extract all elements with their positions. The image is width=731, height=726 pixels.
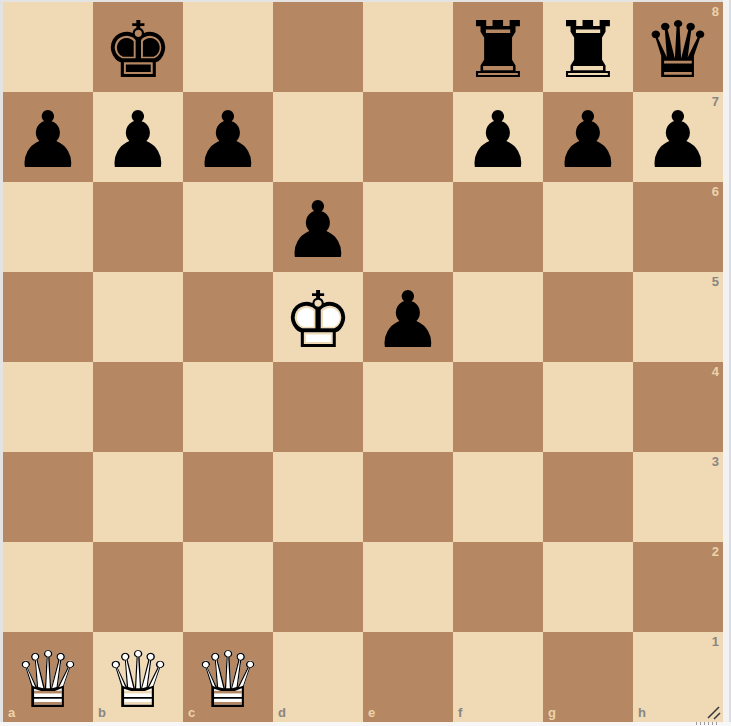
piece-white-king[interactable]: ♔ <box>273 272 363 362</box>
square-d6[interactable]: ♟ <box>273 182 363 272</box>
piece-black-rook[interactable]: ♜ <box>453 2 543 92</box>
piece-black-pawn[interactable]: ♟ <box>363 272 453 362</box>
square-g5[interactable] <box>543 272 633 362</box>
square-a1[interactable]: ♛♕a <box>3 632 93 722</box>
square-f6[interactable] <box>453 182 543 272</box>
square-g7[interactable]: ♟ <box>543 92 633 182</box>
coordinate-rank-6: 6 <box>712 185 719 198</box>
piece-black-king[interactable]: ♚ <box>93 2 183 92</box>
square-f1[interactable]: f <box>453 632 543 722</box>
coordinate-file-g: g <box>548 706 556 719</box>
square-d1[interactable]: d <box>273 632 363 722</box>
square-h3[interactable]: 3 <box>633 452 723 542</box>
square-b7[interactable]: ♟ <box>93 92 183 182</box>
square-e4[interactable] <box>363 362 453 452</box>
square-c5[interactable] <box>183 272 273 362</box>
square-d2[interactable] <box>273 542 363 632</box>
square-c8[interactable] <box>183 2 273 92</box>
coordinate-file-d: d <box>278 706 286 719</box>
board-resize-handle-icon[interactable] <box>705 704 721 720</box>
square-h7[interactable]: ♟7 <box>633 92 723 182</box>
square-f4[interactable] <box>453 362 543 452</box>
chess-board: ♚♜♜♛8♟♟♟♟♟♟7♟6♚♔♟5432♛♕a♛♕b♛♕cdefg1h <box>3 2 723 722</box>
square-b2[interactable] <box>93 542 183 632</box>
square-e6[interactable] <box>363 182 453 272</box>
piece-white-queen[interactable]: ♕ <box>183 632 273 722</box>
piece-black-pawn[interactable]: ♟ <box>633 92 723 182</box>
square-e7[interactable] <box>363 92 453 182</box>
frame-right <box>723 0 731 726</box>
piece-black-pawn[interactable]: ♟ <box>453 92 543 182</box>
square-g2[interactable] <box>543 542 633 632</box>
piece-black-rook[interactable]: ♜ <box>543 2 633 92</box>
piece-white-queen[interactable]: ♕ <box>3 632 93 722</box>
coordinate-rank-3: 3 <box>712 455 719 468</box>
square-e3[interactable] <box>363 452 453 542</box>
square-h2[interactable]: 2 <box>633 542 723 632</box>
square-a8[interactable] <box>3 2 93 92</box>
square-d7[interactable] <box>273 92 363 182</box>
square-a3[interactable] <box>3 452 93 542</box>
square-d5[interactable]: ♚♔ <box>273 272 363 362</box>
square-g3[interactable] <box>543 452 633 542</box>
piece-black-pawn[interactable]: ♟ <box>543 92 633 182</box>
square-g6[interactable] <box>543 182 633 272</box>
coordinate-rank-1: 1 <box>712 635 719 648</box>
square-c2[interactable] <box>183 542 273 632</box>
piece-white-queen[interactable]: ♕ <box>93 632 183 722</box>
square-h5[interactable]: 5 <box>633 272 723 362</box>
piece-black-pawn[interactable]: ♟ <box>273 182 363 272</box>
square-b8[interactable]: ♚ <box>93 2 183 92</box>
square-g4[interactable] <box>543 362 633 452</box>
coordinate-rank-4: 4 <box>712 365 719 378</box>
square-h4[interactable]: 4 <box>633 362 723 452</box>
coordinate-file-f: f <box>458 706 462 719</box>
square-h8[interactable]: ♛8 <box>633 2 723 92</box>
square-a7[interactable]: ♟ <box>3 92 93 182</box>
square-a5[interactable] <box>3 272 93 362</box>
piece-black-queen[interactable]: ♛ <box>633 2 723 92</box>
square-e5[interactable]: ♟ <box>363 272 453 362</box>
square-e8[interactable] <box>363 2 453 92</box>
clipped-text-artifact <box>696 722 719 725</box>
square-b6[interactable] <box>93 182 183 272</box>
coordinate-file-e: e <box>368 706 375 719</box>
page: ♚♜♜♛8♟♟♟♟♟♟7♟6♚♔♟5432♛♕a♛♕b♛♕cdefg1h <box>0 0 731 726</box>
piece-black-pawn[interactable]: ♟ <box>93 92 183 182</box>
square-f3[interactable] <box>453 452 543 542</box>
coordinate-file-h: h <box>638 706 646 719</box>
square-e2[interactable] <box>363 542 453 632</box>
square-c4[interactable] <box>183 362 273 452</box>
square-b5[interactable] <box>93 272 183 362</box>
piece-black-pawn[interactable]: ♟ <box>3 92 93 182</box>
square-f2[interactable] <box>453 542 543 632</box>
square-b3[interactable] <box>93 452 183 542</box>
piece-black-pawn[interactable]: ♟ <box>183 92 273 182</box>
square-f8[interactable]: ♜ <box>453 2 543 92</box>
square-d3[interactable] <box>273 452 363 542</box>
square-c3[interactable] <box>183 452 273 542</box>
square-c1[interactable]: ♛♕c <box>183 632 273 722</box>
square-c6[interactable] <box>183 182 273 272</box>
square-e1[interactable]: e <box>363 632 453 722</box>
square-g1[interactable]: g <box>543 632 633 722</box>
coordinate-rank-5: 5 <box>712 275 719 288</box>
square-f7[interactable]: ♟ <box>453 92 543 182</box>
square-b1[interactable]: ♛♕b <box>93 632 183 722</box>
coordinate-rank-2: 2 <box>712 545 719 558</box>
square-d4[interactable] <box>273 362 363 452</box>
square-c7[interactable]: ♟ <box>183 92 273 182</box>
square-a4[interactable] <box>3 362 93 452</box>
square-f5[interactable] <box>453 272 543 362</box>
square-a2[interactable] <box>3 542 93 632</box>
square-b4[interactable] <box>93 362 183 452</box>
square-a6[interactable] <box>3 182 93 272</box>
square-d8[interactable] <box>273 2 363 92</box>
square-h6[interactable]: 6 <box>633 182 723 272</box>
square-g8[interactable]: ♜ <box>543 2 633 92</box>
